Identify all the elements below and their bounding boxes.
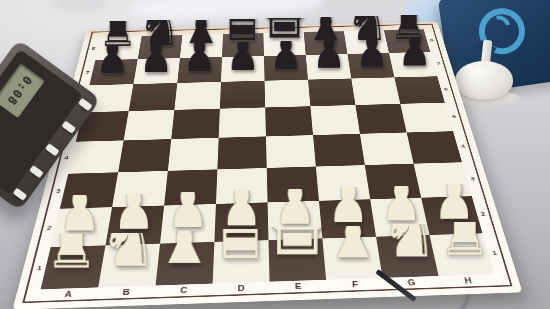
clock-lcd: 0:08: [0, 63, 45, 118]
piece-glyph: ♝: [178, 0, 224, 55]
piece-white-pawn-f2: ♟: [321, 187, 374, 240]
piece-white-bishop-c1: ♝: [156, 231, 212, 287]
piece-white-pawn-e2: ♟: [268, 189, 321, 242]
board-perspective: ABCDEFGH ABCDEFGH 87654321 87654321 ♜♞♝♛…: [0, 0, 550, 309]
piece-white-queen-d1: ♛: [213, 229, 269, 285]
piece-glyph: ♚: [257, 143, 337, 275]
piece-white-bishop-f1: ♝: [325, 226, 381, 282]
piece-black-pawn-g7: ♟: [350, 39, 393, 82]
piece-black-knight-b8: ♞: [138, 20, 180, 62]
file-label-top-h: H: [383, 25, 424, 30]
chess-board: ABCDEFGH ABCDEFGH 87654321 87654321 ♜♞♝♛…: [12, 22, 522, 309]
piece-black-pawn-d7: ♟: [221, 42, 264, 85]
piece-black-bishop-f8: ♝: [305, 17, 346, 58]
piece-white-pawn-d2: ♟: [214, 190, 268, 244]
pieces-layer: ♜♞♝♛♚♝♞♜♟♟♟♟♟♟♟♟♟♟♟♟♟♟♟♟♜♞♝♛♚♝♞♜: [40, 29, 494, 289]
clock-button: [29, 165, 44, 178]
piece-white-knight-b1: ♞: [99, 233, 155, 289]
piece-glyph: ♟: [380, 163, 421, 231]
piece-white-pawn-c2: ♟: [161, 192, 215, 246]
piece-black-king-e8: ♚: [263, 18, 305, 60]
piece-white-pawn-b2: ♟: [107, 194, 161, 248]
piece-glyph: ♜: [97, 0, 137, 57]
piece-black-pawn-f7: ♟: [307, 40, 350, 83]
file-label-top-a: A: [101, 31, 143, 37]
piece-black-rook-h8: ♜: [387, 15, 428, 56]
piece-glyph: ♞: [380, 177, 438, 271]
piece-glyph: ♟: [113, 170, 155, 239]
piece-glyph: ♟: [327, 164, 368, 232]
piece-glyph: ♞: [138, 0, 181, 56]
piece-black-knight-g8: ♞: [346, 16, 387, 57]
piece-black-rook-a8: ♜: [96, 21, 138, 63]
piece-white-knight-g1: ♞: [381, 224, 437, 280]
clock-button: [62, 120, 77, 133]
file-label-top-g: G: [343, 26, 384, 31]
cable-shadow: [392, 295, 469, 309]
piece-glyph: ♞: [99, 185, 157, 280]
piece-glyph: ♝: [322, 172, 383, 272]
chess-table-photo: ABCDEFGH ABCDEFGH 87654321 87654321 ♜♞♝♛…: [0, 0, 550, 309]
piece-black-pawn-b7: ♟: [134, 44, 177, 87]
piece-black-pawn-c7: ♟: [178, 43, 221, 86]
file-label-top-b: B: [141, 30, 182, 36]
file-label-top-c: C: [182, 29, 223, 35]
clock-button: [45, 143, 60, 156]
clock-button: [78, 98, 93, 111]
file-label-top-e: E: [263, 28, 303, 33]
piece-glyph: ♛: [204, 156, 277, 276]
clock-time: 0:08: [4, 73, 35, 108]
board-tilt: ABCDEFGH ABCDEFGH 87654321 87654321 ♜♞♝♛…: [12, 22, 522, 309]
piece-white-king-e1: ♚: [269, 227, 325, 283]
piece-white-pawn-g2: ♟: [374, 186, 427, 239]
piece-glyph: ♝: [154, 177, 216, 278]
clock-button: [13, 188, 28, 201]
file-label-top-d: D: [223, 29, 263, 35]
piece-black-pawn-e7: ♟: [264, 41, 307, 84]
piece-glyph: ♟: [220, 167, 262, 235]
piece-black-queen-d8: ♛: [222, 19, 264, 61]
piece-black-bishop-c8: ♝: [180, 20, 222, 62]
file-label-top-f: F: [303, 27, 344, 32]
piece-glyph: ♟: [167, 169, 209, 237]
